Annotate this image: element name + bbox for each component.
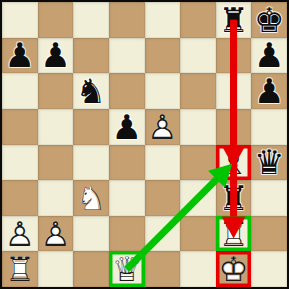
black-rook-g3[interactable]: ♜	[216, 180, 252, 216]
square-b3[interactable]	[38, 180, 74, 216]
square-g1[interactable]: ♚♔	[216, 251, 252, 287]
square-g2[interactable]: ♜♖	[216, 216, 252, 252]
square-d5[interactable]: ♟	[109, 109, 145, 145]
square-b5[interactable]	[38, 109, 74, 145]
piece-fill: ♚	[251, 2, 287, 38]
square-a5[interactable]	[2, 109, 38, 145]
black-queen-h4[interactable]: ♛	[251, 145, 287, 181]
square-c8[interactable]	[73, 2, 109, 38]
square-f5[interactable]	[180, 109, 216, 145]
black-pawn-d5[interactable]: ♟	[109, 109, 145, 145]
square-g8[interactable]: ♜	[216, 2, 252, 38]
piece-outline: ♙	[145, 109, 181, 145]
black-knight-c6[interactable]: ♞	[73, 73, 109, 109]
piece-outline: ♘	[73, 180, 109, 216]
square-h4[interactable]: ♛	[251, 145, 287, 181]
square-f1[interactable]	[180, 251, 216, 287]
square-d8[interactable]	[109, 2, 145, 38]
square-a4[interactable]	[2, 145, 38, 181]
white-pawn-a2[interactable]: ♟♙	[2, 216, 38, 252]
square-a6[interactable]	[2, 73, 38, 109]
square-b6[interactable]	[38, 73, 74, 109]
square-h1[interactable]	[251, 251, 287, 287]
piece-outline: ♖	[2, 251, 38, 287]
square-h5[interactable]	[251, 109, 287, 145]
piece-fill: ♟	[251, 38, 287, 74]
square-f3[interactable]	[180, 180, 216, 216]
black-rook-g8[interactable]: ♜	[216, 2, 252, 38]
square-d3[interactable]	[109, 180, 145, 216]
square-a3[interactable]	[2, 180, 38, 216]
white-pawn-e5[interactable]: ♟♙	[145, 109, 181, 145]
square-h3[interactable]	[251, 180, 287, 216]
square-c7[interactable]	[73, 38, 109, 74]
square-c6[interactable]: ♞	[73, 73, 109, 109]
piece-fill: ♟	[109, 109, 145, 145]
black-pawn-h6[interactable]: ♟	[251, 73, 287, 109]
white-knight-c3[interactable]: ♞♘	[73, 180, 109, 216]
square-d2[interactable]	[109, 216, 145, 252]
square-g6[interactable]	[216, 73, 252, 109]
square-h8[interactable]: ♚	[251, 2, 287, 38]
square-a1[interactable]: ♜♖	[2, 251, 38, 287]
black-pawn-b7[interactable]: ♟	[38, 38, 74, 74]
square-e6[interactable]	[145, 73, 181, 109]
square-h7[interactable]: ♟	[251, 38, 287, 74]
square-b8[interactable]	[38, 2, 74, 38]
piece-outline: ♙	[38, 216, 74, 252]
square-e7[interactable]	[145, 38, 181, 74]
square-d1[interactable]: ♛♕	[109, 251, 145, 287]
white-rook-a1[interactable]: ♜♖	[2, 251, 38, 287]
square-e5[interactable]: ♟♙	[145, 109, 181, 145]
square-c1[interactable]	[73, 251, 109, 287]
black-pawn-h7[interactable]: ♟	[251, 38, 287, 74]
square-f6[interactable]	[180, 73, 216, 109]
black-king-h8[interactable]: ♚	[251, 2, 287, 38]
square-c5[interactable]	[73, 109, 109, 145]
piece-outline: ♖	[216, 216, 252, 252]
square-e2[interactable]	[145, 216, 181, 252]
square-e3[interactable]	[145, 180, 181, 216]
square-c3[interactable]: ♞♘	[73, 180, 109, 216]
square-a7[interactable]: ♟	[2, 38, 38, 74]
chess-board: ♜♚♟♟♟♞♟♟♟♙♝♗♛♞♘♜♟♙♟♙♜♖♜♖♛♕♚♔	[0, 0, 289, 289]
white-bishop-g4[interactable]: ♝♗	[216, 145, 252, 181]
square-c4[interactable]	[73, 145, 109, 181]
white-rook-g2[interactable]: ♜♖	[216, 216, 252, 252]
piece-fill: ♟	[38, 38, 74, 74]
square-b1[interactable]	[38, 251, 74, 287]
piece-fill: ♟	[2, 38, 38, 74]
square-f2[interactable]	[180, 216, 216, 252]
piece-outline: ♙	[2, 216, 38, 252]
white-pawn-b2[interactable]: ♟♙	[38, 216, 74, 252]
white-queen-d1[interactable]: ♛♕	[109, 251, 145, 287]
square-d7[interactable]	[109, 38, 145, 74]
square-g3[interactable]: ♜	[216, 180, 252, 216]
piece-fill: ♟	[251, 73, 287, 109]
square-g4[interactable]: ♝♗	[216, 145, 252, 181]
square-b2[interactable]: ♟♙	[38, 216, 74, 252]
square-f7[interactable]	[180, 38, 216, 74]
square-a8[interactable]	[2, 2, 38, 38]
piece-fill: ♞	[73, 73, 109, 109]
piece-fill: ♜	[216, 2, 252, 38]
square-c2[interactable]	[73, 216, 109, 252]
square-h2[interactable]	[251, 216, 287, 252]
square-f8[interactable]	[180, 2, 216, 38]
square-g5[interactable]	[216, 109, 252, 145]
square-f4[interactable]	[180, 145, 216, 181]
square-b4[interactable]	[38, 145, 74, 181]
piece-fill: ♛	[251, 145, 287, 181]
square-g7[interactable]	[216, 38, 252, 74]
piece-fill: ♜	[216, 180, 252, 216]
square-e4[interactable]	[145, 145, 181, 181]
square-e8[interactable]	[145, 2, 181, 38]
piece-outline: ♕	[109, 251, 145, 287]
square-h6[interactable]: ♟	[251, 73, 287, 109]
square-d4[interactable]	[109, 145, 145, 181]
piece-outline: ♗	[216, 145, 252, 181]
square-b7[interactable]: ♟	[38, 38, 74, 74]
square-d6[interactable]	[109, 73, 145, 109]
square-a2[interactable]: ♟♙	[2, 216, 38, 252]
piece-outline: ♔	[216, 251, 252, 287]
black-pawn-a7[interactable]: ♟	[2, 38, 38, 74]
white-king-g1[interactable]: ♚♔	[216, 251, 252, 287]
square-e1[interactable]	[145, 251, 181, 287]
